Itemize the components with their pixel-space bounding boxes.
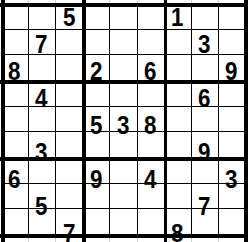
cell-digit: 6 (198, 84, 210, 111)
sudoku-cell-r1c2[interactable] (28, 3, 55, 30)
sudoku-cell-r8c7[interactable] (164, 192, 191, 219)
sudoku-cell-r6c5[interactable] (109, 138, 136, 165)
sudoku-cell-r3c7[interactable] (164, 57, 191, 84)
cell-digit: 6 (8, 165, 20, 192)
sudoku-cell-r9c1[interactable] (1, 219, 28, 242)
sudoku-cell-r3c4[interactable]: 2 (82, 57, 109, 84)
sudoku-cell-r7c7[interactable] (164, 165, 191, 192)
sudoku-cell-r3c6[interactable]: 6 (137, 57, 164, 84)
sudoku-cell-r1c4[interactable] (82, 3, 109, 30)
sudoku-cell-r3c3[interactable] (55, 57, 82, 84)
sudoku-cell-r2c2[interactable]: 7 (28, 30, 55, 57)
cell-digit: 9 (225, 57, 237, 84)
sudoku-cell-r1c9[interactable] (218, 3, 245, 30)
sudoku-cell-r2c9[interactable] (218, 30, 245, 57)
sudoku-cell-r5c1[interactable] (1, 111, 28, 138)
cell-digit: 5 (90, 111, 102, 138)
cell-digit: 8 (144, 111, 156, 138)
sudoku-cell-r5c3[interactable] (55, 111, 82, 138)
sudoku-cell-r4c6[interactable] (137, 84, 164, 111)
sudoku-cell-r5c5[interactable]: 3 (109, 111, 136, 138)
sudoku-cell-r2c8[interactable]: 3 (191, 30, 218, 57)
sudoku-cell-r8c5[interactable] (109, 192, 136, 219)
sudoku-cell-r7c6[interactable]: 4 (137, 165, 164, 192)
sudoku-cell-r8c3[interactable] (55, 192, 82, 219)
sudoku-cell-r7c2[interactable] (28, 165, 55, 192)
sudoku-cell-r1c1[interactable] (1, 3, 28, 30)
sudoku-cell-r6c4[interactable] (82, 138, 109, 165)
sudoku-cell-r5c8[interactable] (191, 111, 218, 138)
sudoku-cell-r7c9[interactable]: 3 (218, 165, 245, 192)
sudoku-cell-r7c8[interactable] (191, 165, 218, 192)
sudoku-grid: 51738269465383969435778 (1, 3, 245, 234)
sudoku-cell-r3c1[interactable]: 8 (1, 57, 28, 84)
cell-digit: 3 (35, 138, 47, 165)
cell-digit: 4 (144, 165, 156, 192)
sudoku-cell-r5c4[interactable]: 5 (82, 111, 109, 138)
sudoku-cell-r1c5[interactable] (109, 3, 136, 30)
sudoku-cell-r1c8[interactable] (191, 3, 218, 30)
sudoku-cell-r2c1[interactable] (1, 30, 28, 57)
cell-digit: 9 (90, 165, 102, 192)
sudoku-cell-r6c9[interactable] (218, 138, 245, 165)
cell-digit: 3 (198, 30, 210, 57)
cell-digit: 7 (35, 30, 47, 57)
sudoku-cell-r1c6[interactable] (137, 3, 164, 30)
sudoku-cell-r6c6[interactable] (137, 138, 164, 165)
cell-digit: 9 (198, 138, 210, 165)
sudoku-cell-r8c2[interactable]: 5 (28, 192, 55, 219)
sudoku-cell-r9c7[interactable]: 8 (164, 219, 191, 242)
cell-digit: 2 (90, 57, 102, 84)
cell-digit: 8 (171, 219, 183, 242)
sudoku-cell-r4c2[interactable]: 4 (28, 84, 55, 111)
sudoku-cell-r1c7[interactable]: 1 (164, 3, 191, 30)
sudoku-cell-r7c5[interactable] (109, 165, 136, 192)
cell-digit: 6 (144, 57, 156, 84)
sudoku-cell-r8c9[interactable] (218, 192, 245, 219)
sudoku-cell-r2c7[interactable] (164, 30, 191, 57)
sudoku-cell-r6c7[interactable] (164, 138, 191, 165)
sudoku-cell-r4c9[interactable] (218, 84, 245, 111)
sudoku-cell-r8c8[interactable]: 7 (191, 192, 218, 219)
sudoku-cell-r4c3[interactable] (55, 84, 82, 111)
sudoku-cell-r2c6[interactable] (137, 30, 164, 57)
sudoku-cell-r1c3[interactable]: 5 (55, 3, 82, 30)
cell-digit: 7 (63, 219, 75, 242)
sudoku-cell-r9c5[interactable] (109, 219, 136, 242)
sudoku-cell-r9c9[interactable] (218, 219, 245, 242)
cell-digit: 1 (171, 3, 183, 30)
cell-digit: 8 (8, 57, 20, 84)
sudoku-cell-r2c4[interactable] (82, 30, 109, 57)
sudoku-cell-r3c2[interactable] (28, 57, 55, 84)
sudoku-cell-r4c7[interactable] (164, 84, 191, 111)
sudoku-board: 51738269465383969435778 (0, 0, 248, 242)
sudoku-cell-r8c1[interactable] (1, 192, 28, 219)
sudoku-cell-r6c2[interactable]: 3 (28, 138, 55, 165)
sudoku-cell-r4c5[interactable] (109, 84, 136, 111)
sudoku-cell-r3c9[interactable]: 9 (218, 57, 245, 84)
cell-digit: 7 (198, 192, 210, 219)
sudoku-cell-r8c4[interactable] (82, 192, 109, 219)
sudoku-cell-r9c2[interactable] (28, 219, 55, 242)
sudoku-cell-r6c3[interactable] (55, 138, 82, 165)
cell-digit: 5 (63, 3, 75, 30)
sudoku-cell-r7c3[interactable] (55, 165, 82, 192)
sudoku-cell-r9c8[interactable] (191, 219, 218, 242)
sudoku-cell-r7c1[interactable]: 6 (1, 165, 28, 192)
sudoku-cell-r5c6[interactable]: 8 (137, 111, 164, 138)
sudoku-cell-r5c2[interactable] (28, 111, 55, 138)
sudoku-cell-r4c1[interactable] (1, 84, 28, 111)
sudoku-cell-r5c7[interactable] (164, 111, 191, 138)
sudoku-cell-r5c9[interactable] (218, 111, 245, 138)
cell-digit: 4 (35, 84, 47, 111)
cell-digit: 3 (225, 165, 237, 192)
cell-digit: 5 (35, 192, 47, 219)
sudoku-cell-r3c8[interactable] (191, 57, 218, 84)
sudoku-cell-r8c6[interactable] (137, 192, 164, 219)
sudoku-cell-r7c4[interactable]: 9 (82, 165, 109, 192)
sudoku-cell-r6c1[interactable] (1, 138, 28, 165)
sudoku-cell-r9c3[interactable]: 7 (55, 219, 82, 242)
sudoku-cell-r4c8[interactable]: 6 (191, 84, 218, 111)
sudoku-cell-r9c6[interactable] (137, 219, 164, 242)
sudoku-cell-r9c4[interactable] (82, 219, 109, 242)
sudoku-cell-r6c8[interactable]: 9 (191, 138, 218, 165)
sudoku-cell-r4c4[interactable] (82, 84, 109, 111)
cell-digit: 3 (117, 111, 129, 138)
sudoku-cell-r2c3[interactable] (55, 30, 82, 57)
sudoku-cell-r3c5[interactable] (109, 57, 136, 84)
sudoku-cell-r2c5[interactable] (109, 30, 136, 57)
